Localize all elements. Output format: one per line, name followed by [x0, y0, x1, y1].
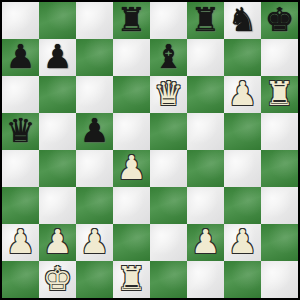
square-b4[interactable] [39, 150, 76, 187]
square-e1[interactable] [150, 261, 187, 298]
square-f8[interactable]: ♜ [187, 2, 224, 39]
square-f5[interactable] [187, 113, 224, 150]
white-pawn[interactable]: ♟ [228, 76, 258, 112]
square-a1[interactable] [2, 261, 39, 298]
white-pawn[interactable]: ♟ [191, 224, 221, 260]
square-f2[interactable]: ♟ [187, 224, 224, 261]
square-f6[interactable] [187, 76, 224, 113]
square-h8[interactable]: ♚ [261, 2, 298, 39]
square-c2[interactable]: ♟ [76, 224, 113, 261]
black-rook[interactable]: ♜ [191, 2, 221, 38]
black-queen[interactable]: ♛ [6, 113, 36, 149]
square-h6[interactable]: ♜ [261, 76, 298, 113]
square-b5[interactable] [39, 113, 76, 150]
square-a5[interactable]: ♛ [2, 113, 39, 150]
chessboard: ♜♜♞♚♟♟♝♛♟♜♛♟♟♟♟♟♟♟♚♜ [2, 2, 298, 298]
white-pawn[interactable]: ♟ [228, 224, 258, 260]
square-g1[interactable] [224, 261, 261, 298]
square-b1[interactable]: ♚ [39, 261, 76, 298]
square-h3[interactable] [261, 187, 298, 224]
square-d7[interactable] [113, 39, 150, 76]
square-f7[interactable] [187, 39, 224, 76]
white-queen[interactable]: ♛ [154, 76, 184, 112]
square-b6[interactable] [39, 76, 76, 113]
square-c4[interactable] [76, 150, 113, 187]
square-c5[interactable]: ♟ [76, 113, 113, 150]
square-d1[interactable]: ♜ [113, 261, 150, 298]
white-pawn[interactable]: ♟ [117, 150, 147, 186]
white-king[interactable]: ♚ [43, 261, 73, 297]
black-pawn[interactable]: ♟ [6, 39, 36, 75]
square-e6[interactable]: ♛ [150, 76, 187, 113]
square-b3[interactable] [39, 187, 76, 224]
square-f1[interactable] [187, 261, 224, 298]
square-g5[interactable] [224, 113, 261, 150]
square-d8[interactable]: ♜ [113, 2, 150, 39]
square-b7[interactable]: ♟ [39, 39, 76, 76]
square-g7[interactable] [224, 39, 261, 76]
square-g2[interactable]: ♟ [224, 224, 261, 261]
square-d5[interactable] [113, 113, 150, 150]
square-a2[interactable]: ♟ [2, 224, 39, 261]
square-d6[interactable] [113, 76, 150, 113]
chessboard-frame: ♜♜♞♚♟♟♝♛♟♜♛♟♟♟♟♟♟♟♚♜ [0, 0, 300, 300]
square-a7[interactable]: ♟ [2, 39, 39, 76]
square-e7[interactable]: ♝ [150, 39, 187, 76]
square-e4[interactable] [150, 150, 187, 187]
square-a6[interactable] [2, 76, 39, 113]
black-pawn[interactable]: ♟ [43, 39, 73, 75]
black-king[interactable]: ♚ [265, 2, 295, 38]
square-d2[interactable] [113, 224, 150, 261]
square-g8[interactable]: ♞ [224, 2, 261, 39]
square-e2[interactable] [150, 224, 187, 261]
square-c1[interactable] [76, 261, 113, 298]
square-h1[interactable] [261, 261, 298, 298]
square-h5[interactable] [261, 113, 298, 150]
black-rook[interactable]: ♜ [117, 2, 147, 38]
square-e3[interactable] [150, 187, 187, 224]
black-pawn[interactable]: ♟ [80, 113, 110, 149]
square-g6[interactable]: ♟ [224, 76, 261, 113]
square-c8[interactable] [76, 2, 113, 39]
white-pawn[interactable]: ♟ [43, 224, 73, 260]
square-b8[interactable] [39, 2, 76, 39]
square-a4[interactable] [2, 150, 39, 187]
black-bishop[interactable]: ♝ [154, 39, 184, 75]
square-f3[interactable] [187, 187, 224, 224]
white-rook[interactable]: ♜ [117, 261, 147, 297]
square-e5[interactable] [150, 113, 187, 150]
square-d4[interactable]: ♟ [113, 150, 150, 187]
square-a8[interactable] [2, 2, 39, 39]
square-g4[interactable] [224, 150, 261, 187]
square-c3[interactable] [76, 187, 113, 224]
square-h7[interactable] [261, 39, 298, 76]
white-pawn[interactable]: ♟ [6, 224, 36, 260]
square-b2[interactable]: ♟ [39, 224, 76, 261]
square-c6[interactable] [76, 76, 113, 113]
square-h4[interactable] [261, 150, 298, 187]
white-rook[interactable]: ♜ [265, 76, 295, 112]
square-h2[interactable] [261, 224, 298, 261]
black-knight[interactable]: ♞ [228, 2, 258, 38]
square-f4[interactable] [187, 150, 224, 187]
square-d3[interactable] [113, 187, 150, 224]
white-pawn[interactable]: ♟ [80, 224, 110, 260]
square-a3[interactable] [2, 187, 39, 224]
square-e8[interactable] [150, 2, 187, 39]
square-g3[interactable] [224, 187, 261, 224]
square-c7[interactable] [76, 39, 113, 76]
